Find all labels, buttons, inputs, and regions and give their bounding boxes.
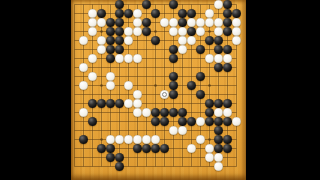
stone-black [97, 99, 106, 108]
stone-black [196, 90, 205, 99]
stone-black [88, 99, 97, 108]
stone-black [115, 0, 124, 9]
stone-white [142, 135, 151, 144]
stone-black [223, 135, 232, 144]
stone-black [151, 9, 160, 18]
stone-white [79, 63, 88, 72]
hoshi-point [208, 84, 211, 87]
stone-white [187, 36, 196, 45]
stone-white [142, 108, 151, 117]
stone-black [232, 9, 241, 18]
stone-white [214, 108, 223, 117]
stone-white [214, 0, 223, 9]
stone-white [214, 153, 223, 162]
stone-black [160, 108, 169, 117]
stone-white [214, 27, 223, 36]
stone-white [115, 54, 124, 63]
stone-white [133, 90, 142, 99]
hoshi-point [154, 30, 157, 33]
stone-white [205, 144, 214, 153]
stone-white [169, 27, 178, 36]
stone-black [169, 81, 178, 90]
stone-black [178, 108, 187, 117]
hoshi-point [100, 30, 103, 33]
stone-white [124, 36, 133, 45]
stone-white [124, 99, 133, 108]
stone-white [133, 54, 142, 63]
stone-black [205, 108, 214, 117]
stone-white [124, 81, 133, 90]
stone-white [196, 18, 205, 27]
stone-black [196, 45, 205, 54]
stone-black [223, 9, 232, 18]
stone-white [169, 18, 178, 27]
stone-black [169, 72, 178, 81]
stone-white [214, 54, 223, 63]
stone-black [214, 99, 223, 108]
stone-white [88, 27, 97, 36]
stone-white [214, 162, 223, 171]
stone-white [196, 135, 205, 144]
stone-black [151, 108, 160, 117]
hoshi-point [208, 138, 211, 141]
stone-black [223, 0, 232, 9]
stone-white [178, 36, 187, 45]
stone-black [142, 18, 151, 27]
stone-white [88, 9, 97, 18]
letterbox-left [0, 0, 71, 180]
hoshi-point [208, 30, 211, 33]
stone-white [97, 36, 106, 45]
stone-black [214, 126, 223, 135]
hoshi-point [100, 84, 103, 87]
stone-black [106, 144, 115, 153]
stone-white [88, 72, 97, 81]
stone-white [160, 18, 169, 27]
stone-black [187, 9, 196, 18]
stone-black [115, 153, 124, 162]
stone-black [223, 117, 232, 126]
stone-black [115, 36, 124, 45]
stone-white [106, 72, 115, 81]
stone-black [223, 144, 232, 153]
stone-black [214, 36, 223, 45]
stone-white [115, 135, 124, 144]
stone-black [223, 27, 232, 36]
stone-black [169, 108, 178, 117]
hoshi-point [154, 84, 157, 87]
stone-white [133, 27, 142, 36]
stone-white [232, 36, 241, 45]
stone-white [106, 135, 115, 144]
stone-black [196, 72, 205, 81]
stone-white [232, 117, 241, 126]
stone-black [142, 0, 151, 9]
stone-black [115, 162, 124, 171]
stone-black [169, 90, 178, 99]
stone-white [232, 18, 241, 27]
stone-white [79, 108, 88, 117]
stone-black [187, 117, 196, 126]
stone-white [223, 108, 232, 117]
stone-white [124, 27, 133, 36]
stone-black [106, 99, 115, 108]
stone-black [142, 27, 151, 36]
stone-black [169, 45, 178, 54]
stone-white [133, 135, 142, 144]
stone-black [214, 144, 223, 153]
stone-black [169, 0, 178, 9]
stone-black [178, 117, 187, 126]
stone-black [115, 18, 124, 27]
stone-black [79, 135, 88, 144]
stone-black [160, 144, 169, 153]
stone-black [124, 9, 133, 18]
stone-white [205, 9, 214, 18]
stone-black [115, 99, 124, 108]
stone-white [178, 27, 187, 36]
stone-black [106, 27, 115, 36]
stone-black [223, 45, 232, 54]
last-move-marker [162, 92, 167, 97]
stone-black [205, 117, 214, 126]
stone-black [205, 36, 214, 45]
stone-white [124, 54, 133, 63]
stone-white [196, 27, 205, 36]
stone-black [214, 117, 223, 126]
stone-black [97, 9, 106, 18]
stone-black [151, 144, 160, 153]
stone-white [124, 135, 133, 144]
stone-black [169, 54, 178, 63]
stone-black [133, 144, 142, 153]
stone-white [79, 81, 88, 90]
stone-white [88, 18, 97, 27]
stone-black [142, 144, 151, 153]
stone-black [187, 27, 196, 36]
stone-black [106, 45, 115, 54]
stone-black [205, 99, 214, 108]
stone-white [97, 18, 106, 27]
stone-black [223, 18, 232, 27]
stone-black [214, 135, 223, 144]
stone-black [115, 27, 124, 36]
stone-white [88, 54, 97, 63]
stone-white [205, 18, 214, 27]
stone-black [88, 117, 97, 126]
go-board[interactable] [71, 0, 246, 180]
stone-white [106, 81, 115, 90]
stone-white [187, 18, 196, 27]
stone-white [79, 36, 88, 45]
stone-black [187, 81, 196, 90]
letterbox-right [246, 0, 320, 180]
stone-white [151, 135, 160, 144]
stone-white [133, 99, 142, 108]
stone-white [232, 27, 241, 36]
stone-white [133, 108, 142, 117]
stone-black [115, 9, 124, 18]
stone-black [115, 45, 124, 54]
stone-black [214, 45, 223, 54]
stone-white [133, 9, 142, 18]
stone-white [178, 126, 187, 135]
hoshi-point [100, 138, 103, 141]
stone-black [106, 153, 115, 162]
stone-white [196, 117, 205, 126]
stone-white [214, 18, 223, 27]
stone-white [169, 126, 178, 135]
stone-black [106, 54, 115, 63]
stone-black [151, 117, 160, 126]
stone-black [151, 36, 160, 45]
stone-black [97, 144, 106, 153]
stone-black [160, 117, 169, 126]
stone-white [205, 54, 214, 63]
screenshot-frame [0, 0, 320, 180]
stone-black [214, 63, 223, 72]
stone-black [223, 99, 232, 108]
stone-white [97, 45, 106, 54]
stone-white [133, 18, 142, 27]
stone-white [223, 54, 232, 63]
stone-black [223, 63, 232, 72]
stone-white [178, 45, 187, 54]
stone-black [178, 18, 187, 27]
stone-black [106, 18, 115, 27]
stone-black [106, 36, 115, 45]
stone-black [178, 9, 187, 18]
stone-white [205, 153, 214, 162]
stone-white [187, 144, 196, 153]
